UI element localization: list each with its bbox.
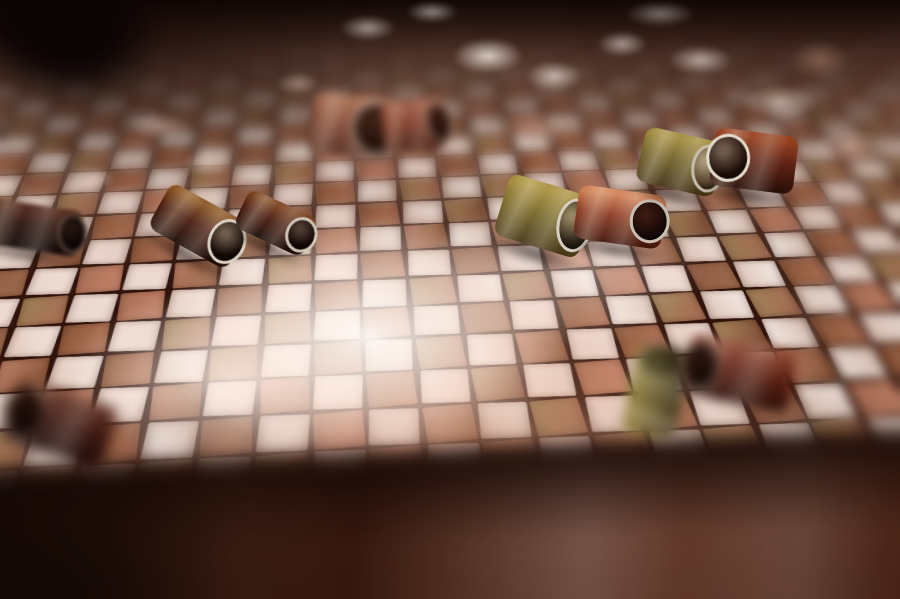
board-square [105, 169, 147, 191]
board-square [154, 349, 208, 382]
board-square [486, 34, 519, 48]
board-square [494, 63, 529, 78]
board-square [473, 133, 514, 153]
board-square [598, 0, 633, 3]
board-square [91, 213, 136, 238]
board-square [209, 346, 258, 381]
board-square [542, 5, 575, 17]
board-square [277, 105, 314, 122]
board-square [534, 78, 571, 94]
board-square [686, 261, 741, 289]
board-square [210, 58, 243, 74]
board-square [515, 329, 570, 362]
board-square [610, 15, 647, 29]
board-square [420, 369, 471, 403]
board-square [235, 143, 272, 164]
board-square [117, 290, 166, 320]
board-square [187, 4, 220, 16]
board-square [506, 113, 547, 132]
board-square [409, 275, 457, 304]
board-square [315, 204, 356, 227]
board-square [317, 55, 350, 70]
board-square [413, 305, 460, 335]
board-square [759, 0, 797, 10]
board-square [530, 397, 589, 436]
board-square [356, 158, 396, 180]
board-square [381, 0, 410, 10]
board-square [632, 58, 670, 73]
board-square [0, 134, 40, 153]
board-square [16, 295, 69, 326]
board-square [457, 274, 503, 301]
board-square [398, 157, 436, 177]
board-square [360, 226, 402, 250]
board-square [590, 129, 631, 148]
board-square [200, 108, 239, 125]
board-square [524, 363, 578, 397]
board-square [61, 171, 107, 192]
board-square [683, 88, 726, 106]
board-square [185, 17, 217, 31]
board-square [75, 131, 118, 150]
board-square [280, 87, 315, 105]
board-square [550, 269, 599, 296]
board-square [387, 67, 423, 83]
board-square [156, 128, 197, 147]
board-square [581, 110, 623, 129]
board-square [708, 210, 758, 233]
board-square [563, 61, 600, 76]
coil-piece-mahogany[interactable] [709, 127, 799, 195]
board-square [597, 59, 636, 75]
board-square [510, 300, 560, 329]
board-square [82, 239, 132, 264]
board-square [244, 72, 277, 89]
board-square [245, 57, 280, 72]
board-square [260, 376, 310, 413]
board-square [206, 74, 243, 90]
board-square [286, 1, 316, 14]
board-square [217, 285, 262, 315]
board-square [146, 168, 190, 189]
board-square [366, 338, 414, 370]
board-square [557, 45, 595, 60]
board-square [162, 317, 211, 349]
board-square [515, 19, 548, 32]
board-square [193, 145, 234, 165]
board-square [162, 109, 199, 128]
board-square [509, 6, 543, 19]
board-square [173, 60, 210, 75]
coil-piece-mahogany[interactable] [380, 97, 449, 153]
board-square [605, 3, 639, 15]
board-square [222, 0, 254, 3]
board-square [317, 12, 348, 26]
board-square [180, 31, 215, 45]
board-square [75, 264, 124, 293]
board-square [700, 290, 755, 318]
board-square [384, 37, 418, 52]
board-square [446, 8, 479, 21]
board-square [566, 327, 619, 358]
photo-scene [0, 0, 900, 599]
board-square [408, 249, 452, 275]
board-square [46, 355, 105, 388]
board-square [639, 73, 680, 90]
board-square [70, 150, 112, 171]
coil-opening [630, 199, 670, 243]
board-square [3, 326, 61, 357]
board-square [19, 172, 64, 194]
board-square [415, 9, 446, 22]
board-square [729, 0, 765, 11]
board-square [658, 42, 696, 56]
board-square [556, 296, 610, 327]
board-square [358, 201, 401, 225]
board-square [221, 3, 251, 16]
board-square [697, 0, 734, 12]
board-square [437, 155, 479, 176]
board-square [683, 27, 720, 40]
board-square [651, 291, 707, 321]
board-square [25, 267, 79, 294]
board-square [255, 0, 284, 2]
board-square [26, 152, 72, 172]
board-square [190, 165, 230, 187]
board-square [467, 333, 517, 364]
board-square [353, 69, 386, 84]
board-square [277, 122, 313, 141]
board-square [314, 310, 361, 340]
board-square [350, 12, 380, 25]
board-square [665, 56, 706, 72]
board-square [399, 177, 441, 200]
board-square [442, 176, 482, 197]
board-square [584, 30, 621, 45]
board-square [231, 164, 272, 185]
board-square [451, 246, 499, 273]
board-square [4, 115, 46, 134]
board-square [497, 79, 536, 96]
board-square [351, 39, 382, 53]
board-square [282, 55, 315, 71]
board-square [656, 107, 700, 126]
board-square [706, 12, 743, 25]
board-square [317, 0, 347, 12]
board-square [275, 162, 313, 184]
board-square [265, 283, 312, 311]
board-square [462, 81, 498, 97]
board-square [664, 211, 715, 236]
board-square [248, 42, 280, 57]
board-square [694, 106, 736, 123]
board-square [568, 0, 601, 3]
board-square [481, 20, 516, 34]
board-square [382, 10, 414, 24]
board-square [478, 401, 532, 438]
board-square [284, 14, 316, 27]
board-square [315, 181, 355, 204]
board-square [236, 125, 275, 143]
board-square [451, 35, 486, 50]
board-square [110, 149, 154, 169]
board-square [595, 266, 648, 295]
board-square [422, 403, 478, 442]
board-square [203, 380, 258, 415]
board-square [424, 66, 458, 81]
board-square [579, 17, 613, 30]
board-square [317, 40, 350, 55]
board-square [733, 260, 787, 286]
board-square [65, 293, 119, 322]
board-square [102, 351, 155, 386]
board-square [165, 92, 204, 109]
board-square [545, 112, 584, 130]
board-square [450, 21, 482, 34]
board-square [524, 47, 559, 61]
board-square [517, 151, 560, 172]
board-square [538, 94, 578, 112]
board-square [605, 295, 657, 324]
board-square [384, 24, 415, 37]
board-square [558, 150, 600, 170]
board-square [444, 198, 489, 222]
board-square [351, 53, 385, 69]
board-square [465, 97, 504, 115]
board-square [518, 32, 554, 47]
board-square [363, 306, 412, 338]
board-square [458, 64, 495, 80]
board-square [489, 48, 525, 63]
board-square [546, 18, 582, 32]
board-square [260, 344, 310, 376]
board-square [474, 0, 507, 7]
board-square [648, 90, 688, 107]
board-square [315, 227, 358, 253]
board-square [420, 50, 455, 66]
board-square [36, 132, 78, 152]
board-square [649, 28, 687, 42]
board-square [596, 148, 641, 169]
board-square [217, 16, 250, 29]
board-square [117, 129, 157, 149]
board-square [149, 382, 202, 419]
board-square [204, 90, 239, 108]
board-square [528, 62, 566, 78]
board-square [314, 340, 363, 374]
board-square [313, 374, 363, 409]
board-square [536, 0, 570, 5]
board-square [212, 44, 247, 58]
board-square [676, 236, 726, 261]
board-square [317, 26, 348, 39]
board-square [502, 270, 553, 299]
board-square [252, 14, 282, 28]
board-square [314, 254, 358, 280]
board-square [691, 40, 731, 55]
board-square [456, 50, 490, 65]
board-square [620, 109, 661, 127]
board-square [216, 29, 248, 43]
board-square [360, 251, 406, 279]
board-square [191, 0, 221, 4]
board-square [350, 24, 382, 38]
board-square [624, 43, 663, 58]
board-square [366, 370, 419, 407]
board-square [674, 13, 712, 27]
board-square [314, 280, 360, 310]
board-square [255, 414, 310, 452]
board-square [358, 180, 397, 201]
board-square [369, 407, 420, 444]
board-square [275, 142, 314, 161]
board-square [349, 0, 380, 11]
board-square [241, 89, 278, 106]
board-square [642, 264, 693, 291]
board-square [166, 288, 216, 316]
board-square [316, 70, 350, 87]
board-square [635, 1, 671, 14]
board-square [153, 146, 193, 167]
board-square [415, 335, 467, 369]
board-square [714, 25, 753, 39]
board-square [249, 28, 282, 42]
board-square [419, 36, 451, 50]
board-square [503, 96, 540, 113]
board-square [313, 409, 366, 449]
board-square [591, 45, 627, 59]
board-square [572, 3, 607, 16]
board-square [57, 322, 110, 355]
board-square [363, 278, 407, 306]
board-square [123, 263, 173, 290]
board-square [573, 359, 631, 395]
board-square [178, 44, 211, 59]
board-square [387, 52, 419, 67]
board-square [605, 75, 643, 91]
board-square [264, 312, 310, 344]
board-square [390, 83, 424, 99]
board-square [470, 115, 508, 133]
board-square [97, 191, 144, 213]
board-square [611, 91, 653, 109]
board-square [478, 153, 518, 173]
board-square [315, 160, 354, 180]
board-square [425, 82, 462, 99]
board-square [403, 223, 448, 249]
board-square [108, 320, 162, 351]
board-square [282, 41, 315, 55]
board-square [550, 130, 593, 150]
board-square [412, 0, 444, 9]
board-square [280, 71, 315, 87]
board-square [444, 0, 474, 8]
board-square [460, 301, 511, 332]
board-square [479, 7, 511, 20]
board-square [643, 15, 678, 28]
board-square [506, 0, 537, 6]
board-square [170, 75, 205, 92]
board-square [513, 132, 553, 151]
board-square [284, 27, 315, 41]
board-square [198, 126, 235, 146]
board-square [211, 315, 261, 345]
board-square [240, 106, 275, 125]
board-square [618, 29, 654, 43]
board-square [675, 72, 715, 88]
board-square [576, 93, 615, 110]
board-square [552, 32, 587, 46]
board-square [470, 365, 526, 401]
board-square [667, 1, 702, 13]
board-square [402, 200, 443, 223]
board-square [416, 22, 450, 36]
board-square [719, 233, 773, 259]
board-square [568, 76, 608, 93]
board-square [252, 2, 284, 14]
